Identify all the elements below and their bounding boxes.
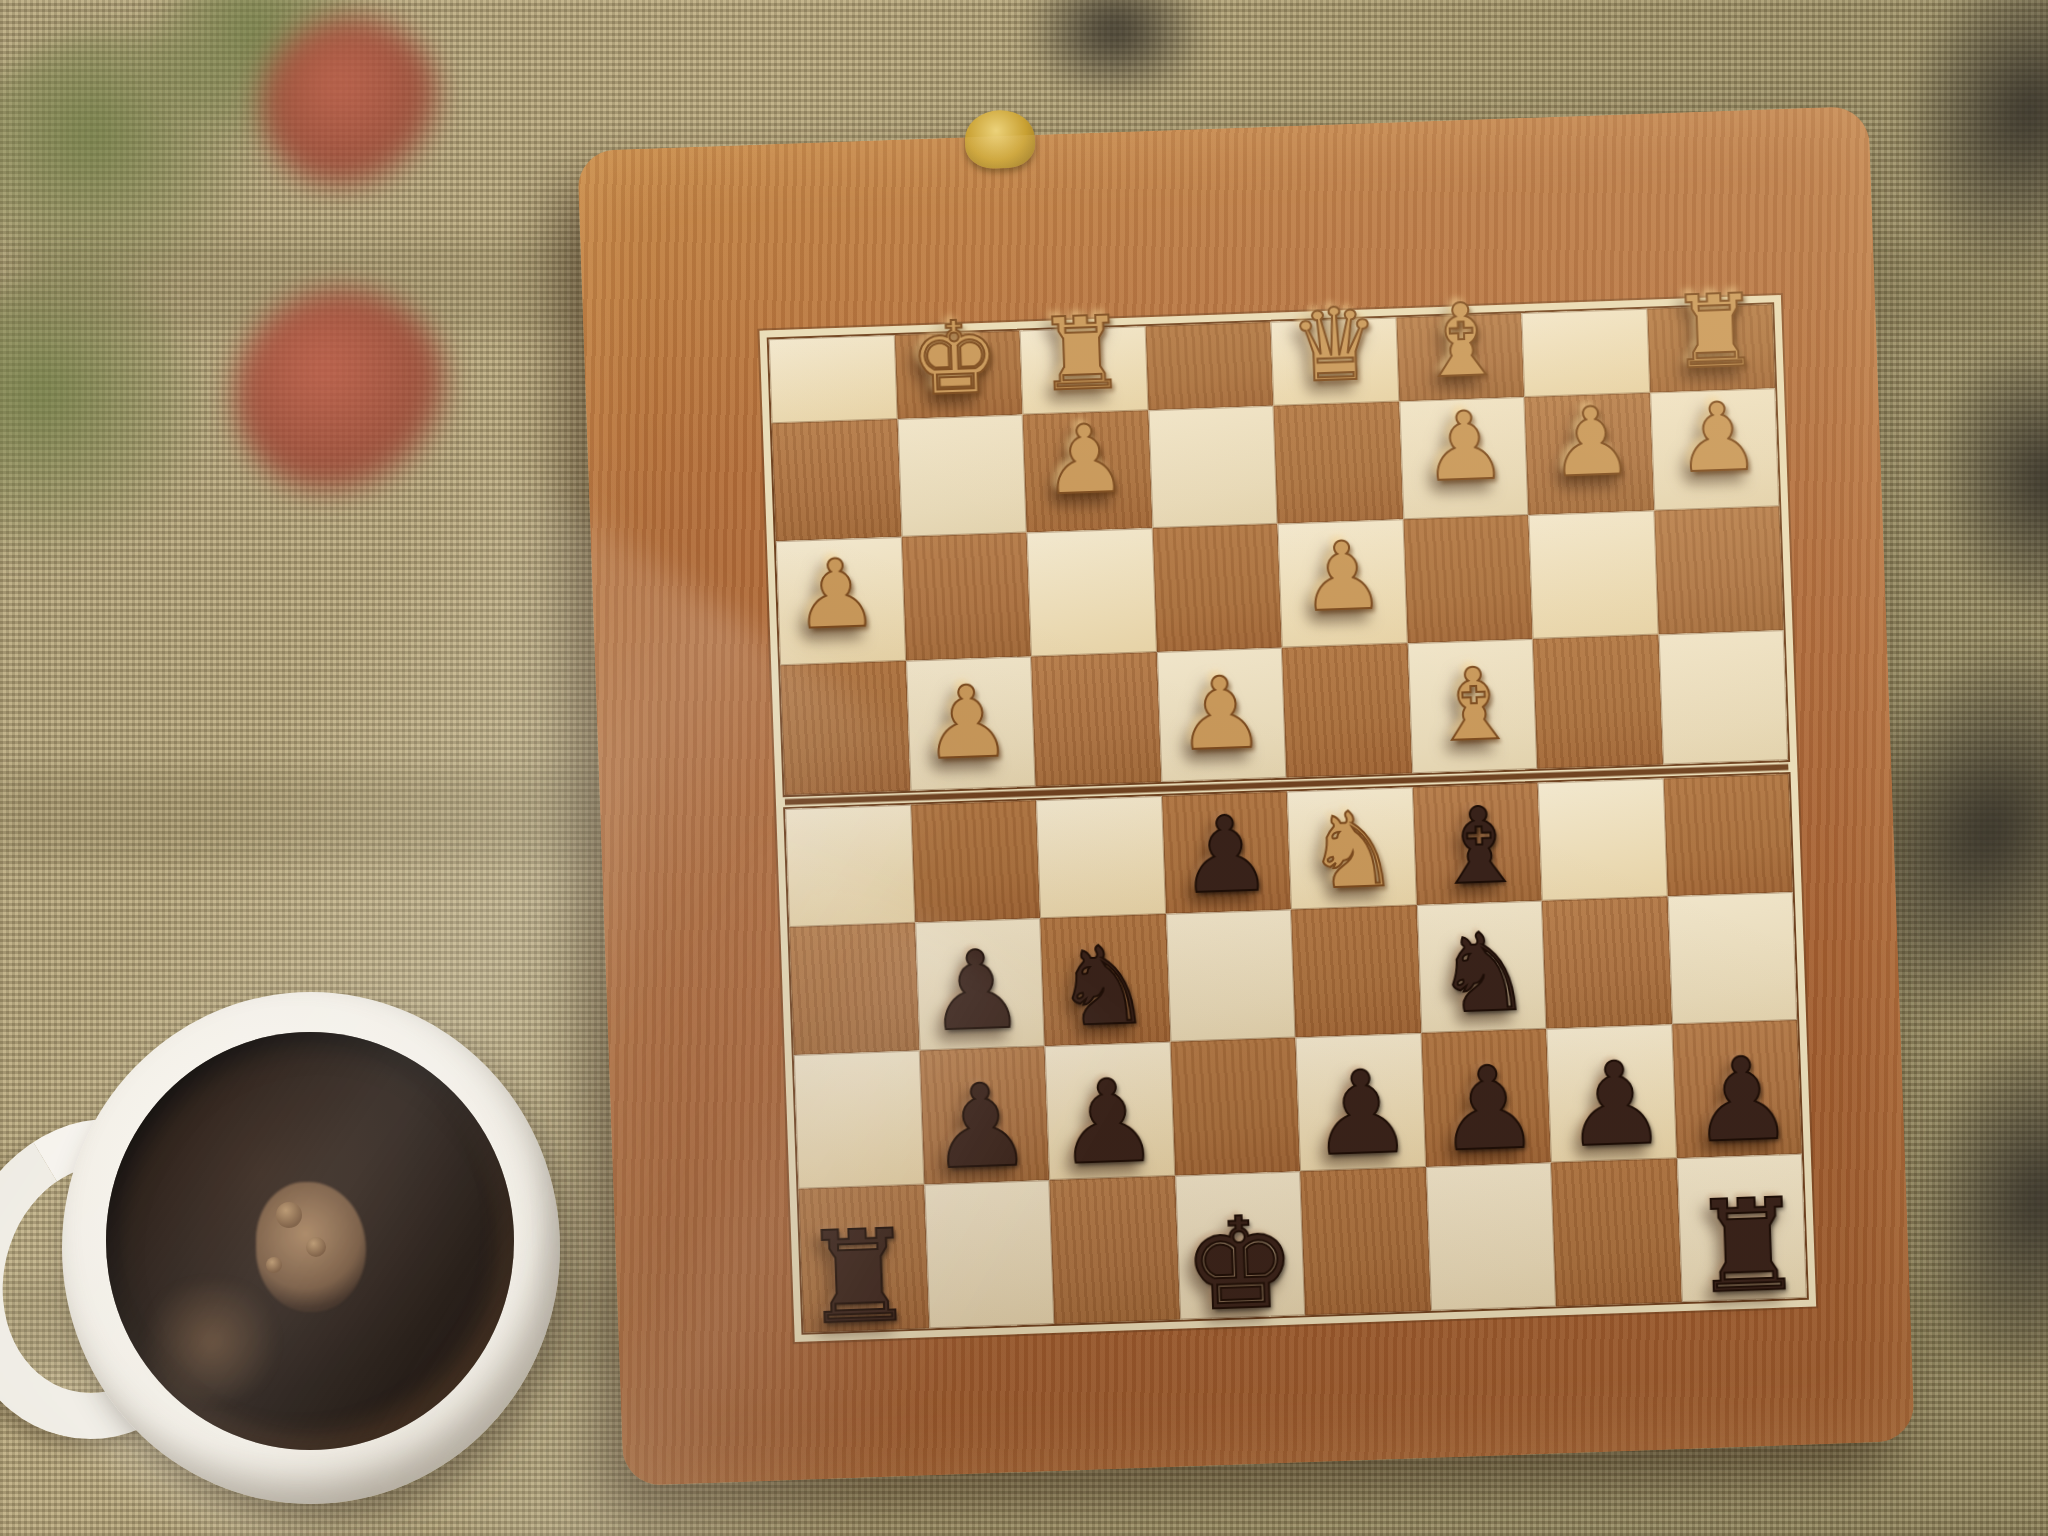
square-e4[interactable]: ♟	[1156, 648, 1286, 782]
piece-black-knight-c6[interactable]: ♞	[1433, 918, 1534, 1029]
piece-white-pawn-g4[interactable]: ♟	[921, 671, 1013, 773]
coffee-bubble	[276, 1202, 302, 1228]
square-b3[interactable]	[1528, 511, 1658, 639]
square-b1[interactable]	[1521, 309, 1649, 397]
piece-black-knight-f6[interactable]: ♞	[1053, 931, 1154, 1042]
piece-white-pawn-e4[interactable]: ♟	[1175, 662, 1267, 764]
square-d6[interactable]	[1291, 905, 1421, 1037]
square-c4[interactable]: ♝	[1407, 639, 1537, 773]
chess-board-box: ♚♜♛♝♜♟♟♟♟♟♟♟♟♝ ♟♞♝♟♞♞♟♟♟♟♟♟♜♚♜	[577, 106, 1915, 1486]
square-e2[interactable]	[1148, 406, 1278, 528]
piece-white-pawn-a2[interactable]: ♟	[1674, 390, 1762, 487]
printed-berry-art	[262, 18, 442, 193]
piece-white-pawn-h3[interactable]: ♟	[793, 546, 881, 643]
square-e7[interactable]	[1170, 1037, 1300, 1175]
square-e6[interactable]	[1166, 909, 1296, 1041]
square-c3[interactable]	[1403, 515, 1533, 643]
square-d3[interactable]: ♟	[1278, 519, 1408, 647]
piece-white-pawn-c2[interactable]: ♟	[1421, 398, 1509, 495]
printed-berry-art	[235, 290, 450, 500]
piece-white-pawn-b2[interactable]: ♟	[1548, 394, 1636, 491]
square-c1[interactable]: ♝	[1396, 313, 1524, 401]
square-h4[interactable]	[780, 661, 910, 795]
square-a3[interactable]	[1654, 506, 1784, 634]
square-a5[interactable]	[1663, 774, 1793, 896]
square-c6[interactable]: ♞	[1416, 901, 1546, 1033]
coffee-bubble	[266, 1257, 282, 1273]
square-a2[interactable]: ♟	[1650, 388, 1780, 510]
square-b6[interactable]	[1542, 896, 1672, 1028]
square-f5[interactable]	[1036, 796, 1166, 918]
square-d2[interactable]	[1273, 401, 1403, 523]
piece-black-pawn-a7[interactable]: ♟	[1689, 1042, 1795, 1159]
square-g5[interactable]	[911, 800, 1041, 922]
square-b5[interactable]	[1538, 778, 1668, 900]
square-h1[interactable]	[769, 335, 897, 423]
square-a8[interactable]: ♜	[1676, 1154, 1806, 1302]
piece-black-bishop-c5[interactable]: ♝	[1431, 792, 1528, 899]
square-c5[interactable]: ♝	[1412, 783, 1542, 905]
square-d1[interactable]: ♛	[1270, 317, 1398, 405]
square-h8[interactable]: ♜	[798, 1184, 928, 1332]
piece-black-king-e8[interactable]: ♚	[1181, 1199, 1298, 1329]
square-h5[interactable]	[785, 805, 915, 927]
square-b7[interactable]: ♟	[1546, 1024, 1676, 1162]
brass-clasp-icon	[964, 109, 1036, 169]
square-h7[interactable]	[794, 1051, 924, 1189]
piece-black-pawn-c7[interactable]: ♟	[1435, 1050, 1541, 1167]
square-f2[interactable]: ♟	[1023, 410, 1153, 532]
square-g7[interactable]: ♟	[919, 1046, 1049, 1184]
square-a1[interactable]: ♜	[1647, 304, 1775, 392]
square-c8[interactable]	[1426, 1163, 1556, 1311]
piece-white-rook-a1[interactable]: ♜	[1668, 281, 1761, 384]
square-a6[interactable]	[1667, 892, 1797, 1024]
piece-black-pawn-d7[interactable]: ♟	[1309, 1055, 1415, 1172]
square-c7[interactable]: ♟	[1421, 1029, 1551, 1167]
piece-black-rook-a8[interactable]: ♜	[1689, 1182, 1806, 1312]
chess-board: ♚♜♛♝♜♟♟♟♟♟♟♟♟♝ ♟♞♝♟♞♞♟♟♟♟♟♟♜♚♜	[759, 295, 1816, 1342]
square-b8[interactable]	[1551, 1158, 1681, 1306]
board-half-top: ♚♜♛♝♜♟♟♟♟♟♟♟♟♝	[769, 304, 1788, 795]
piece-black-pawn-b7[interactable]: ♟	[1562, 1046, 1668, 1163]
square-e5[interactable]: ♟	[1161, 792, 1291, 914]
square-g4[interactable]: ♟	[906, 656, 1036, 790]
square-d8[interactable]	[1300, 1167, 1430, 1315]
square-a7[interactable]: ♟	[1672, 1020, 1802, 1158]
board-half-bottom: ♟♞♝♟♞♞♟♟♟♟♟♟♜♚♜	[785, 774, 1807, 1333]
piece-white-queen-d1[interactable]: ♛	[1288, 294, 1381, 397]
photo-scene: ♚♜♛♝♜♟♟♟♟♟♟♟♟♝ ♟♞♝♟♞♞♟♟♟♟♟♟♜♚♜	[0, 0, 2048, 1536]
piece-white-rook-f1[interactable]: ♜	[1035, 303, 1128, 406]
square-a4[interactable]	[1658, 630, 1788, 764]
square-h3[interactable]: ♟	[776, 537, 906, 665]
square-f6[interactable]: ♞	[1040, 914, 1170, 1046]
coffee-cup	[62, 992, 560, 1504]
square-d5[interactable]: ♞	[1287, 787, 1417, 909]
square-g3[interactable]	[901, 532, 1031, 660]
square-b2[interactable]: ♟	[1524, 393, 1654, 515]
piece-black-rook-h8[interactable]: ♜	[800, 1213, 917, 1343]
coffee-surface	[106, 1032, 514, 1450]
square-g8[interactable]	[924, 1180, 1054, 1328]
square-h2[interactable]	[772, 419, 902, 541]
piece-white-bishop-c1[interactable]: ♝	[1415, 290, 1508, 393]
piece-black-pawn-e5[interactable]: ♟	[1177, 801, 1274, 908]
square-d7[interactable]: ♟	[1295, 1033, 1425, 1171]
square-f8[interactable]	[1049, 1176, 1179, 1324]
square-h6[interactable]	[789, 923, 919, 1055]
piece-black-pawn-g6[interactable]: ♟	[926, 935, 1027, 1046]
piece-black-pawn-g7[interactable]: ♟	[928, 1068, 1034, 1185]
square-f4[interactable]	[1031, 652, 1161, 786]
square-b4[interactable]	[1533, 635, 1663, 769]
piece-white-pawn-d3[interactable]: ♟	[1299, 528, 1387, 625]
square-f7[interactable]: ♟	[1045, 1042, 1175, 1180]
square-e1[interactable]	[1145, 322, 1273, 410]
square-c2[interactable]: ♟	[1399, 397, 1529, 519]
coffee-reflection	[136, 1282, 286, 1402]
square-e8[interactable]: ♚	[1175, 1171, 1305, 1319]
square-e3[interactable]	[1152, 524, 1282, 652]
piece-white-pawn-f2[interactable]: ♟	[1041, 412, 1129, 509]
square-g1[interactable]: ♚	[894, 331, 1022, 419]
square-f1[interactable]: ♜	[1020, 326, 1148, 414]
square-g6[interactable]: ♟	[915, 918, 1045, 1050]
square-g2[interactable]	[897, 415, 1027, 537]
square-f3[interactable]	[1027, 528, 1157, 656]
piece-white-knight-d5[interactable]: ♞	[1304, 797, 1401, 904]
square-d4[interactable]	[1282, 643, 1412, 777]
piece-white-bishop-c4[interactable]: ♝	[1428, 653, 1520, 755]
coffee-bubble	[306, 1237, 326, 1257]
piece-white-king-g1[interactable]: ♚	[908, 307, 1001, 410]
piece-black-pawn-f7[interactable]: ♟	[1055, 1064, 1161, 1181]
